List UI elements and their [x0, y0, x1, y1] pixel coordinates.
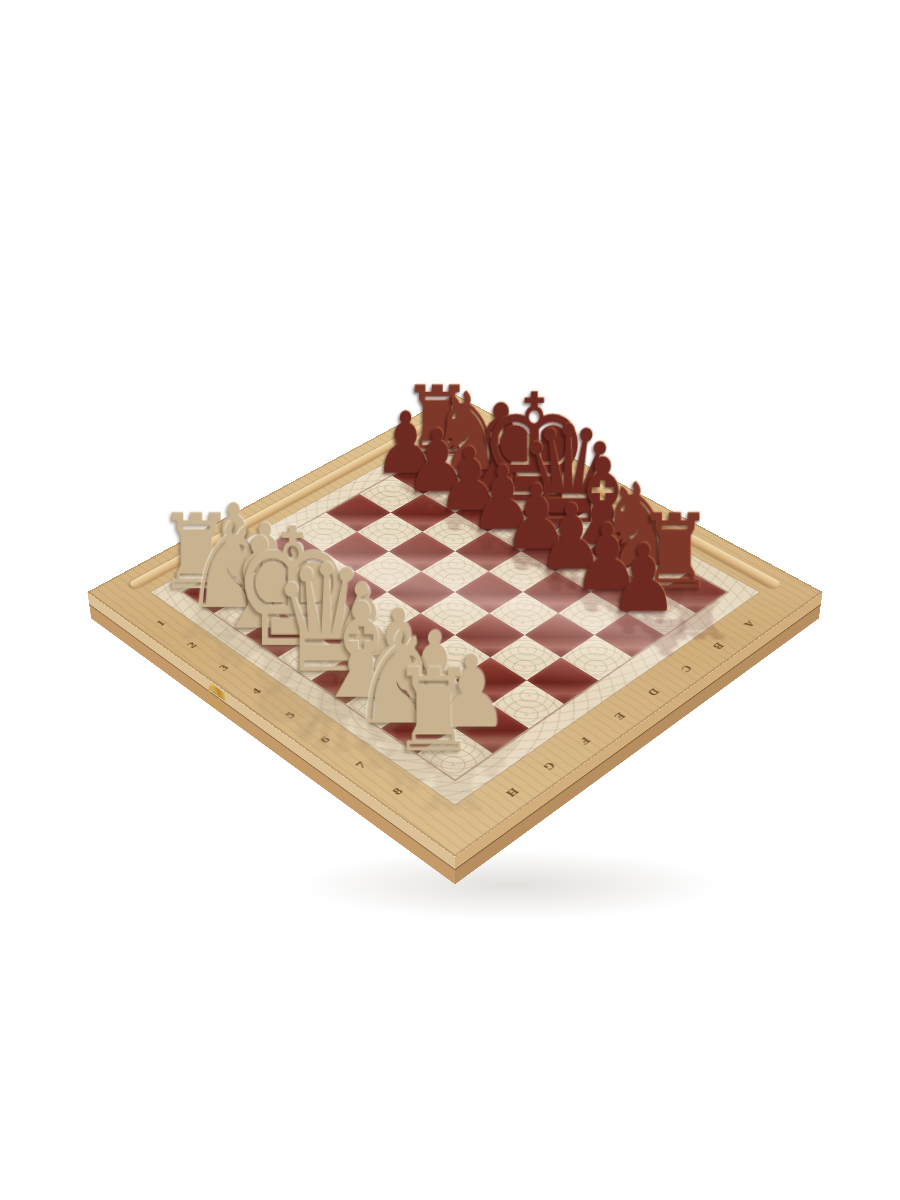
product-photo: 11AA22BB33CC44DD55EE66FF77GG88HH ♜♜♞♞♝♝♚… [0, 0, 900, 1200]
stone-inlay-field: ♜♜♞♞♝♝♚♚♛♛♝♝♞♞♜♜♟♟♟♟♟♟♟♟♟♟♟♟♟♟♟♟♟♟♟♟♟♟♟♟… [150, 424, 761, 806]
square: ♟♟ [627, 592, 696, 635]
rail-label-right-file: F [572, 732, 597, 749]
scene: 11AA22BB33CC44DD55EE66FF77GG88HH ♜♜♞♞♝♝♚… [0, 0, 900, 1200]
rail-label-right-file: E [607, 707, 631, 723]
piece-black-pawn: ♟ [572, 532, 715, 625]
square: ♜♜ [418, 728, 493, 779]
board-frame: 11AA22BB33CC44DD55EE66FF77GG88HH ♜♜♞♞♝♝♚… [87, 394, 822, 856]
piece-white-rook: ♜ [356, 653, 512, 768]
chess-board-box: 11AA22BB33CC44DD55EE66FF77GG88HH ♜♜♞♞♝♝♚… [87, 394, 822, 856]
rail-label-right-file: D [641, 684, 665, 700]
